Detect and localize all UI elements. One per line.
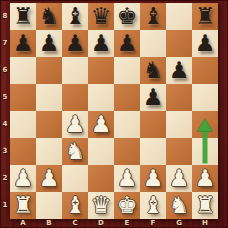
piece-white-pawn[interactable]: ♟ <box>195 165 216 192</box>
square-a4[interactable] <box>10 111 36 138</box>
square-d8[interactable]: ♛ <box>88 3 114 30</box>
square-h3[interactable] <box>192 138 218 165</box>
rank-label-7: 7 <box>0 30 10 57</box>
square-b4[interactable] <box>36 111 62 138</box>
piece-white-king[interactable]: ♚ <box>117 192 138 219</box>
piece-black-king[interactable]: ♚ <box>117 3 138 30</box>
square-g5[interactable] <box>166 84 192 111</box>
file-label-h: H <box>192 219 218 228</box>
square-d7[interactable]: ♟ <box>88 30 114 57</box>
square-b1[interactable] <box>36 192 62 219</box>
square-c3[interactable]: ♞ <box>62 138 88 165</box>
square-e6[interactable] <box>114 57 140 84</box>
piece-white-pawn[interactable]: ♟ <box>143 165 164 192</box>
file-label-f: F <box>140 219 166 228</box>
square-a5[interactable] <box>10 84 36 111</box>
square-h4[interactable] <box>192 111 218 138</box>
square-e1[interactable]: ♚ <box>114 192 140 219</box>
square-a7[interactable]: ♟ <box>10 30 36 57</box>
square-d6[interactable] <box>88 57 114 84</box>
square-b3[interactable] <box>36 138 62 165</box>
piece-white-rook[interactable]: ♜ <box>13 192 34 219</box>
file-label-a: A <box>10 219 36 228</box>
piece-black-queen[interactable]: ♛ <box>91 3 112 30</box>
piece-black-rook[interactable]: ♜ <box>195 3 216 30</box>
piece-white-pawn[interactable]: ♟ <box>65 111 86 138</box>
piece-white-pawn[interactable]: ♟ <box>39 165 60 192</box>
rank-label-5: 5 <box>0 84 10 111</box>
square-e2[interactable]: ♟ <box>114 165 140 192</box>
square-d5[interactable] <box>88 84 114 111</box>
piece-black-bishop[interactable]: ♝ <box>65 3 86 30</box>
file-label-g: G <box>166 219 192 228</box>
file-label-d: D <box>88 219 114 228</box>
square-f7[interactable] <box>140 30 166 57</box>
square-g3[interactable] <box>166 138 192 165</box>
square-b6[interactable] <box>36 57 62 84</box>
file-label-c: C <box>62 219 88 228</box>
square-h8[interactable]: ♜ <box>192 3 218 30</box>
square-e5[interactable] <box>114 84 140 111</box>
piece-white-pawn[interactable]: ♟ <box>13 165 34 192</box>
square-b5[interactable] <box>36 84 62 111</box>
rank-label-8: 8 <box>0 3 10 30</box>
file-label-b: B <box>36 219 62 228</box>
square-c7[interactable]: ♟ <box>62 30 88 57</box>
piece-black-pawn[interactable]: ♟ <box>195 30 216 57</box>
square-a8[interactable]: ♜ <box>10 3 36 30</box>
square-e4[interactable] <box>114 111 140 138</box>
square-c2[interactable] <box>62 165 88 192</box>
piece-black-pawn[interactable]: ♟ <box>39 30 60 57</box>
rank-label-4: 4 <box>0 111 10 138</box>
chess-board: ♜♞♝♛♚♝♜♟♟♟♟♟♟♞♟♟♟♟♞♟♟♟♟♟♟♜♝♛♚♝♞♜ <box>10 3 218 219</box>
piece-black-pawn[interactable]: ♟ <box>143 84 164 111</box>
square-g1[interactable]: ♞ <box>166 192 192 219</box>
square-g7[interactable] <box>166 30 192 57</box>
square-g2[interactable]: ♟ <box>166 165 192 192</box>
square-e7[interactable]: ♟ <box>114 30 140 57</box>
piece-white-rook[interactable]: ♜ <box>195 192 216 219</box>
square-f5[interactable]: ♟ <box>140 84 166 111</box>
file-label-e: E <box>114 219 140 228</box>
square-d1[interactable]: ♛ <box>88 192 114 219</box>
piece-white-pawn[interactable]: ♟ <box>91 111 112 138</box>
chess-board-frame: ♜♞♝♛♚♝♜♟♟♟♟♟♟♞♟♟♟♟♞♟♟♟♟♟♟♜♝♛♚♝♞♜ 8765432… <box>0 0 228 228</box>
square-h7[interactable]: ♟ <box>192 30 218 57</box>
square-h5[interactable] <box>192 84 218 111</box>
square-c8[interactable]: ♝ <box>62 3 88 30</box>
square-a6[interactable] <box>10 57 36 84</box>
square-a2[interactable]: ♟ <box>10 165 36 192</box>
square-f2[interactable]: ♟ <box>140 165 166 192</box>
piece-black-pawn[interactable]: ♟ <box>117 30 138 57</box>
piece-white-knight[interactable]: ♞ <box>65 138 86 165</box>
square-h2[interactable]: ♟ <box>192 165 218 192</box>
piece-black-rook[interactable]: ♜ <box>13 3 34 30</box>
piece-black-pawn[interactable]: ♟ <box>169 57 190 84</box>
square-f3[interactable] <box>140 138 166 165</box>
piece-white-knight[interactable]: ♞ <box>169 192 190 219</box>
square-f8[interactable]: ♝ <box>140 3 166 30</box>
square-a3[interactable] <box>10 138 36 165</box>
square-c5[interactable] <box>62 84 88 111</box>
square-b8[interactable]: ♞ <box>36 3 62 30</box>
piece-white-queen[interactable]: ♛ <box>91 192 112 219</box>
square-e3[interactable] <box>114 138 140 165</box>
square-g8[interactable] <box>166 3 192 30</box>
piece-white-bishop[interactable]: ♝ <box>65 192 86 219</box>
square-f4[interactable] <box>140 111 166 138</box>
square-h1[interactable]: ♜ <box>192 192 218 219</box>
piece-black-knight[interactable]: ♞ <box>39 3 60 30</box>
square-c4[interactable]: ♟ <box>62 111 88 138</box>
square-f6[interactable]: ♞ <box>140 57 166 84</box>
square-f1[interactable]: ♝ <box>140 192 166 219</box>
piece-white-pawn[interactable]: ♟ <box>169 165 190 192</box>
square-g6[interactable]: ♟ <box>166 57 192 84</box>
square-c6[interactable] <box>62 57 88 84</box>
piece-black-pawn[interactable]: ♟ <box>91 30 112 57</box>
square-a1[interactable]: ♜ <box>10 192 36 219</box>
square-d2[interactable] <box>88 165 114 192</box>
rank-label-6: 6 <box>0 57 10 84</box>
square-e8[interactable]: ♚ <box>114 3 140 30</box>
square-d3[interactable] <box>88 138 114 165</box>
piece-black-bishop[interactable]: ♝ <box>143 3 164 30</box>
piece-white-pawn[interactable]: ♟ <box>117 165 138 192</box>
rank-label-1: 1 <box>0 192 10 219</box>
piece-black-knight[interactable]: ♞ <box>143 57 164 84</box>
square-d4[interactable]: ♟ <box>88 111 114 138</box>
rank-label-3: 3 <box>0 138 10 165</box>
square-b2[interactable]: ♟ <box>36 165 62 192</box>
square-b7[interactable]: ♟ <box>36 30 62 57</box>
rank-label-2: 2 <box>0 165 10 192</box>
square-g4[interactable] <box>166 111 192 138</box>
square-c1[interactable]: ♝ <box>62 192 88 219</box>
square-h6[interactable] <box>192 57 218 84</box>
piece-white-bishop[interactable]: ♝ <box>143 192 164 219</box>
piece-black-pawn[interactable]: ♟ <box>65 30 86 57</box>
piece-black-pawn[interactable]: ♟ <box>13 30 34 57</box>
